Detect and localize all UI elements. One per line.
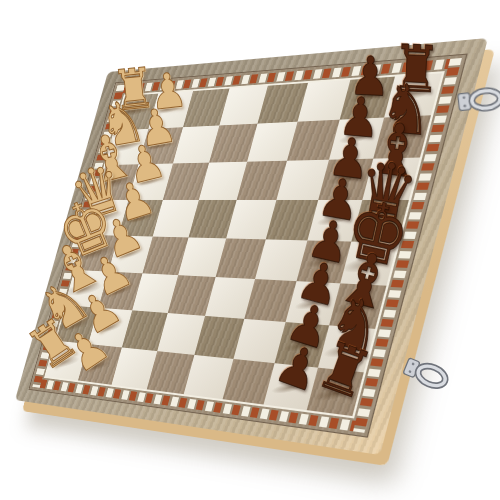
square-g8 [318,325,375,372]
chess-board [15,38,488,455]
square-c8 [362,158,420,200]
square-f8 [329,283,386,329]
square-e8 [340,242,397,286]
latch-clasp-bottom-icon [398,350,456,398]
latch-clasp-top-icon [454,81,500,118]
chess-set-photo: ♜♞♝♛♚♝♞♜♟♟♟♟♟♟♟♟♟♟♟♟♟♟♟♟♜♞♝♛♚♝♞♜ [0,0,500,500]
square-b8 [373,115,431,158]
square-d8 [351,200,409,243]
square-h8 [307,368,364,416]
